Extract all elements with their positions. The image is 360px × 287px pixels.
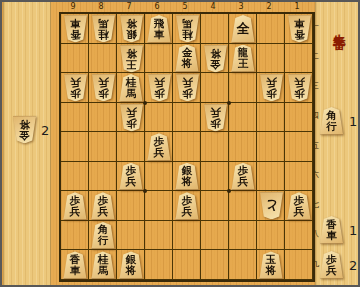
file-label: 6 [143,2,171,11]
shogi-piece[interactable]: 歩兵 [63,192,88,220]
piece-glyph: 歩 [294,88,305,99]
captured-count: 2 [349,258,357,273]
shogi-piece[interactable]: 歩兵 [175,192,200,220]
piece-glyph: 歩 [70,88,81,99]
piece-glyph: 兵 [326,265,337,276]
shogi-piece[interactable]: 銀将 [175,163,200,191]
piece-glyph: 兵 [238,176,249,187]
piece-glyph: 歩 [126,118,137,129]
piece-glyph: 桂 [182,29,193,40]
piece-glyph: 兵 [70,206,81,217]
piece-glyph: 銀 [126,29,137,40]
file-label: 5 [171,2,199,11]
shogi-board[interactable]: 香車桂馬銀将飛車桂馬全香車王将金将金将龍王歩兵歩兵桂馬歩兵歩兵歩兵歩兵歩兵歩兵歩… [59,12,315,282]
piece-glyph: 桂 [126,77,137,88]
shogi-piece[interactable]: 龍王 [231,45,256,73]
piece-glyph: 金 [19,130,30,141]
piece-glyph: 歩 [210,118,221,129]
piece-glyph: 金 [210,59,221,70]
piece-glyph: 車 [70,265,81,276]
shogi-piece[interactable]: 歩兵 [119,163,144,191]
piece-glyph: 歩 [154,88,165,99]
shogi-piece[interactable]: 歩兵 [119,104,144,132]
shogi-piece[interactable]: 香車 [63,251,88,279]
piece-glyph: 馬 [98,265,109,276]
shogi-piece[interactable]: 桂馬 [91,15,116,43]
captured-count: 1 [349,114,357,129]
captured-count: 1 [349,223,357,238]
piece-glyph: 桂 [98,29,109,40]
piece-glyph: 香 [294,29,305,40]
piece-glyph: 将 [210,48,221,59]
gote-captured-tray [3,2,51,285]
file-label: 9 [59,2,87,11]
shogi-piece[interactable]: 桂馬 [119,74,144,102]
shogi-piece[interactable]: 全 [231,15,256,43]
shogi-piece[interactable]: 金将 [175,45,200,73]
hoshi-dot [227,101,231,105]
shogi-piece[interactable]: 歩兵 [231,163,256,191]
piece-glyph: 角 [326,110,337,121]
piece-glyph: 車 [70,18,81,29]
piece-glyph: 兵 [266,77,277,88]
shogi-piece[interactable]: 金将 [203,45,228,73]
shogi-piece[interactable]: 歩兵 [203,104,228,132]
file-label: 8 [87,2,115,11]
piece-glyph: 兵 [70,77,81,88]
file-label: 1 [283,2,311,11]
piece-glyph: 歩 [182,88,193,99]
piece-glyph: 将 [126,48,137,59]
shogi-piece[interactable]: 歩兵 [147,74,172,102]
piece-glyph: 王 [238,58,249,69]
piece-glyph: 歩 [98,88,109,99]
file-label: 7 [115,2,143,11]
piece-glyph: 将 [182,176,193,187]
file-label: 4 [199,2,227,11]
shogi-piece[interactable]: 角行 [319,107,344,135]
piece-glyph: 将 [266,265,277,276]
shogi-piece[interactable]: 角行 [91,222,116,250]
piece-glyph: 車 [294,18,305,29]
shogi-piece[interactable]: 歩兵 [287,74,312,102]
captured-count: 2 [41,123,49,138]
shogi-piece[interactable]: 歩兵 [91,192,116,220]
piece-glyph: 兵 [294,77,305,88]
piece-glyph: 歩 [326,254,337,265]
piece-glyph: 将 [126,265,137,276]
piece-glyph: 兵 [154,77,165,88]
piece-glyph: 香 [70,29,81,40]
shogi-piece[interactable]: 金将 [12,116,37,144]
piece-glyph: 兵 [154,147,165,158]
shogi-piece[interactable]: 歩兵 [147,133,172,161]
shogi-piece[interactable]: 香車 [287,15,312,43]
piece-glyph: 馬 [182,18,193,29]
shogi-piece[interactable]: 歩兵 [287,192,312,220]
piece-glyph: 兵 [98,77,109,88]
shogi-piece[interactable]: 銀将 [119,15,144,43]
shogi-piece[interactable]: 歩兵 [259,74,284,102]
shogi-piece[interactable]: 銀将 [119,251,144,279]
piece-glyph: 行 [326,121,337,132]
file-label: 2 [255,2,283,11]
hoshi-dot [143,189,147,193]
piece-glyph: 兵 [126,176,137,187]
shogi-app: 先手番 987654321 一二三四五六七八九 香車桂馬銀将飛車桂馬全香車王将金… [0,0,360,287]
piece-glyph: 兵 [182,206,193,217]
file-label: 3 [227,2,255,11]
piece-glyph: と [264,199,277,213]
piece-glyph: 香 [326,219,337,230]
piece-glyph: 兵 [98,206,109,217]
shogi-piece[interactable]: と [259,192,284,220]
shogi-piece[interactable]: 桂馬 [91,251,116,279]
shogi-piece[interactable]: 歩兵 [319,251,344,279]
piece-glyph: 将 [126,18,137,29]
piece-glyph: 将 [182,58,193,69]
piece-glyph: 車 [326,230,337,241]
shogi-piece[interactable]: 玉将 [259,251,284,279]
piece-glyph: 車 [154,29,165,40]
shogi-piece[interactable]: 歩兵 [91,74,116,102]
piece-glyph: 行 [98,235,109,246]
shogi-piece[interactable]: 歩兵 [63,74,88,102]
shogi-piece[interactable]: 香車 [63,15,88,43]
side-to-move-label: 先手番 [332,24,347,72]
shogi-piece[interactable]: 香車 [319,216,344,244]
piece-glyph: 兵 [182,77,193,88]
piece-glyph: 馬 [98,18,109,29]
piece-glyph: 兵 [126,107,137,118]
piece-glyph: 兵 [210,107,221,118]
piece-glyph: 飛 [154,18,165,29]
piece-glyph: 全 [237,22,250,36]
shogi-piece[interactable]: 歩兵 [175,74,200,102]
piece-glyph: 王 [126,59,137,70]
shogi-piece[interactable]: 王将 [119,45,144,73]
shogi-piece[interactable]: 桂馬 [175,15,200,43]
piece-glyph: 兵 [294,206,305,217]
piece-glyph: 将 [19,119,30,130]
piece-glyph: 馬 [126,88,137,99]
piece-glyph: 歩 [266,88,277,99]
shogi-piece[interactable]: 飛車 [147,15,172,43]
